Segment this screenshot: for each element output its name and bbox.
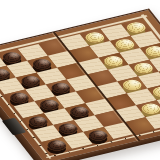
dark-piece[interactable] xyxy=(45,139,70,153)
product-photo-background xyxy=(0,0,160,160)
board-shadow xyxy=(0,0,160,160)
checkers-board xyxy=(0,10,160,160)
